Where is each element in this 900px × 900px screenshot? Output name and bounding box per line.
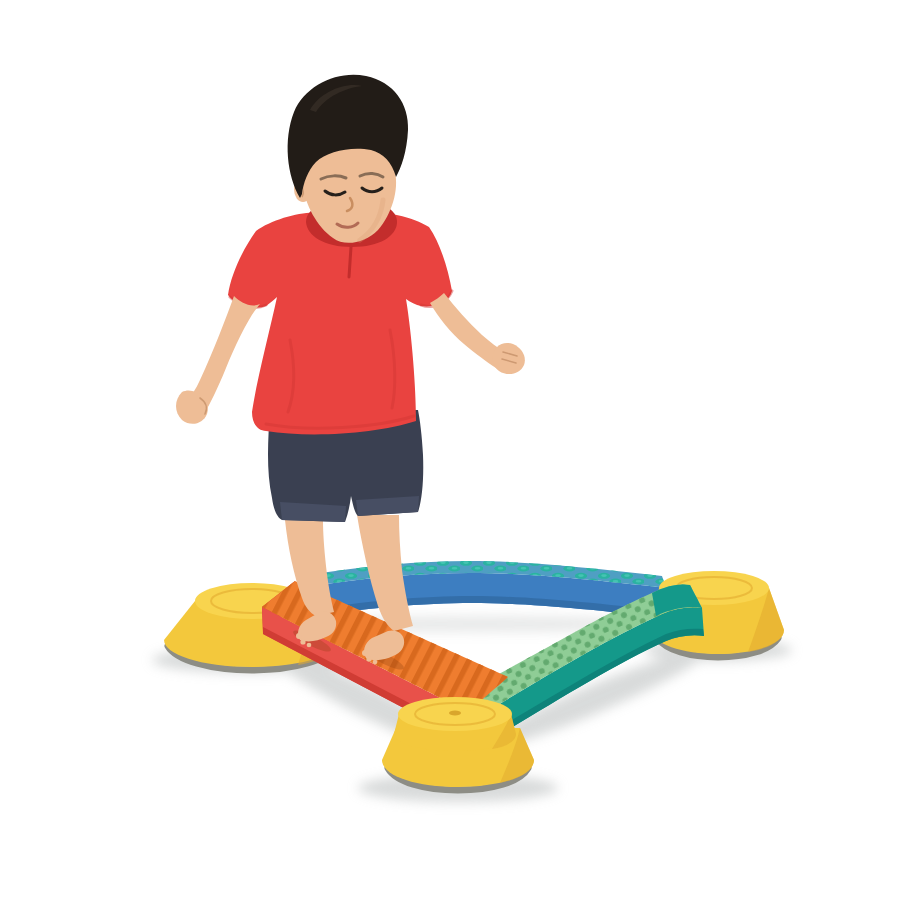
scene-illustration: [0, 0, 900, 900]
stone-center-hole: [449, 711, 461, 716]
collar-placket-seam: [349, 247, 351, 277]
photo-canvas: [0, 0, 900, 900]
